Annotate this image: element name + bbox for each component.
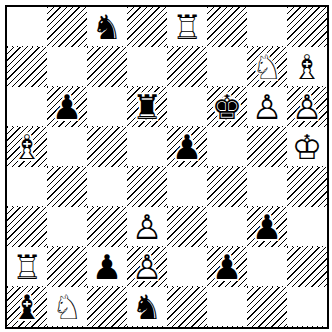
square-a7[interactable]	[7, 47, 47, 87]
piece-glyph: ♖	[7, 247, 47, 287]
square-a3[interactable]	[7, 207, 47, 247]
white-knight-b1: ♞♘	[47, 287, 87, 327]
black-bishop-a1: ♝♝	[7, 287, 47, 327]
black-pawn-c2: ♟♟	[87, 247, 127, 287]
black-pawn-g3: ♟♟	[247, 207, 287, 247]
square-h2[interactable]	[287, 247, 327, 287]
piece-glyph: ♙	[247, 87, 287, 127]
square-h4[interactable]	[287, 167, 327, 207]
piece-glyph: ♗	[287, 47, 327, 87]
piece-glyph: ♞	[127, 287, 167, 327]
square-h5[interactable]: ♚♔	[287, 127, 327, 167]
square-c6[interactable]	[87, 87, 127, 127]
square-f1[interactable]	[207, 287, 247, 327]
square-h6[interactable]: ♟♙	[287, 87, 327, 127]
square-f4[interactable]	[207, 167, 247, 207]
square-a5[interactable]: ♝♗	[7, 127, 47, 167]
square-d1[interactable]: ♞♞	[127, 287, 167, 327]
white-pawn-d2: ♟♙	[127, 247, 167, 287]
square-d4[interactable]	[127, 167, 167, 207]
white-king-h5: ♚♔	[287, 127, 327, 167]
board-frame: ♞♞♜♖♞♘♝♗♟♟♜♜♚♚♟♙♟♙♝♗♟♟♚♔♟♙♟♟♜♖♟♟♟♙♟♟♝♝♞♘…	[5, 5, 329, 329]
square-c5[interactable]	[87, 127, 127, 167]
black-knight-c8: ♞♞	[87, 7, 127, 47]
square-f7[interactable]	[207, 47, 247, 87]
piece-glyph: ♚	[207, 87, 247, 127]
square-b7[interactable]	[47, 47, 87, 87]
piece-glyph: ♙	[287, 87, 327, 127]
piece-glyph: ♟	[167, 127, 207, 167]
square-b4[interactable]	[47, 167, 87, 207]
square-b2[interactable]	[47, 247, 87, 287]
square-h1[interactable]	[287, 287, 327, 327]
square-g3[interactable]: ♟♟	[247, 207, 287, 247]
square-f5[interactable]	[207, 127, 247, 167]
square-g1[interactable]	[247, 287, 287, 327]
black-knight-d1: ♞♞	[127, 287, 167, 327]
white-bishop-a5: ♝♗	[7, 127, 47, 167]
square-g6[interactable]: ♟♙	[247, 87, 287, 127]
square-a8[interactable]	[7, 7, 47, 47]
white-rook-e8: ♜♖	[167, 7, 207, 47]
square-c7[interactable]	[87, 47, 127, 87]
square-e4[interactable]	[167, 167, 207, 207]
square-d6[interactable]: ♜♜	[127, 87, 167, 127]
square-d8[interactable]	[127, 7, 167, 47]
black-pawn-b6: ♟♟	[47, 87, 87, 127]
square-c8[interactable]: ♞♞	[87, 7, 127, 47]
square-g4[interactable]	[247, 167, 287, 207]
piece-glyph: ♟	[87, 247, 127, 287]
square-d5[interactable]	[127, 127, 167, 167]
white-pawn-h6: ♟♙	[287, 87, 327, 127]
square-g8[interactable]	[247, 7, 287, 47]
square-g2[interactable]	[247, 247, 287, 287]
square-d3[interactable]: ♟♙	[127, 207, 167, 247]
square-c4[interactable]	[87, 167, 127, 207]
square-b3[interactable]	[47, 207, 87, 247]
white-pawn-d3: ♟♙	[127, 207, 167, 247]
black-rook-d6: ♜♜	[127, 87, 167, 127]
black-pawn-f2: ♟♟	[207, 247, 247, 287]
piece-glyph: ♝	[7, 287, 47, 327]
square-e1[interactable]	[167, 287, 207, 327]
piece-glyph: ♟	[247, 207, 287, 247]
square-e5[interactable]: ♟♟	[167, 127, 207, 167]
square-h8[interactable]	[287, 7, 327, 47]
square-g5[interactable]	[247, 127, 287, 167]
square-a1[interactable]: ♝♝	[7, 287, 47, 327]
piece-glyph: ♘	[247, 47, 287, 87]
square-h3[interactable]	[287, 207, 327, 247]
piece-glyph: ♙	[127, 207, 167, 247]
square-h7[interactable]: ♝♗	[287, 47, 327, 87]
piece-glyph: ♟	[47, 87, 87, 127]
square-b6[interactable]: ♟♟	[47, 87, 87, 127]
square-e6[interactable]	[167, 87, 207, 127]
white-pawn-g6: ♟♙	[247, 87, 287, 127]
piece-glyph: ♔	[287, 127, 327, 167]
square-c3[interactable]	[87, 207, 127, 247]
square-f3[interactable]	[207, 207, 247, 247]
piece-glyph: ♞	[87, 7, 127, 47]
square-e8[interactable]: ♜♖	[167, 7, 207, 47]
black-king-f6: ♚♚	[207, 87, 247, 127]
square-b5[interactable]	[47, 127, 87, 167]
square-g7[interactable]: ♞♘	[247, 47, 287, 87]
square-e7[interactable]	[167, 47, 207, 87]
square-c2[interactable]: ♟♟	[87, 247, 127, 287]
square-d2[interactable]: ♟♙	[127, 247, 167, 287]
chess-board: ♞♞♜♖♞♘♝♗♟♟♜♜♚♚♟♙♟♙♝♗♟♟♚♔♟♙♟♟♜♖♟♟♟♙♟♟♝♝♞♘…	[7, 7, 327, 327]
square-f2[interactable]: ♟♟	[207, 247, 247, 287]
square-a2[interactable]: ♜♖	[7, 247, 47, 287]
piece-glyph: ♟	[207, 247, 247, 287]
square-e2[interactable]	[167, 247, 207, 287]
chess-diagram: ♞♞♜♖♞♘♝♗♟♟♜♜♚♚♟♙♟♙♝♗♟♟♚♔♟♙♟♟♜♖♟♟♟♙♟♟♝♝♞♘…	[0, 0, 332, 332]
white-rook-a2: ♜♖	[7, 247, 47, 287]
square-b8[interactable]	[47, 7, 87, 47]
square-a6[interactable]	[7, 87, 47, 127]
piece-glyph: ♖	[167, 7, 207, 47]
piece-glyph: ♗	[7, 127, 47, 167]
square-f6[interactable]: ♚♚	[207, 87, 247, 127]
piece-glyph: ♙	[127, 247, 167, 287]
black-pawn-e5: ♟♟	[167, 127, 207, 167]
square-e3[interactable]	[167, 207, 207, 247]
white-bishop-h7: ♝♗	[287, 47, 327, 87]
square-d7[interactable]	[127, 47, 167, 87]
piece-glyph: ♘	[47, 287, 87, 327]
square-b1[interactable]: ♞♘	[47, 287, 87, 327]
square-f8[interactable]	[207, 7, 247, 47]
piece-glyph: ♜	[127, 87, 167, 127]
white-knight-g7: ♞♘	[247, 47, 287, 87]
square-c1[interactable]	[87, 287, 127, 327]
square-a4[interactable]	[7, 167, 47, 207]
